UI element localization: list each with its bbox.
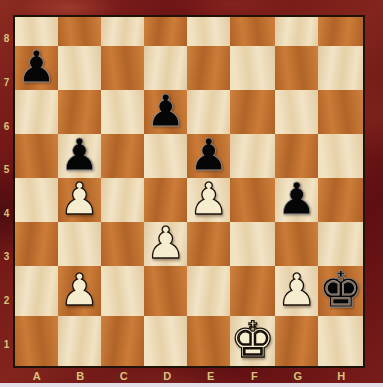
window-edge-strip — [0, 383, 383, 387]
square-f2[interactable] — [230, 266, 275, 316]
square-e1[interactable] — [187, 316, 230, 366]
square-d8[interactable] — [144, 17, 187, 46]
square-f1[interactable]: ♚ — [230, 316, 275, 366]
file-labels: ABCDEFGH — [15, 369, 363, 382]
square-b1[interactable] — [58, 316, 101, 366]
white-pawn-b4[interactable]: ♟ — [60, 177, 99, 221]
square-f8[interactable] — [230, 17, 275, 46]
square-h6[interactable] — [318, 90, 363, 134]
square-b8[interactable] — [58, 17, 101, 46]
square-a5[interactable] — [15, 134, 58, 178]
square-d3[interactable]: ♟ — [144, 222, 187, 266]
square-c1[interactable] — [101, 316, 144, 366]
file-label-b: B — [59, 369, 103, 382]
square-e7[interactable] — [187, 46, 230, 90]
rank-label-7: 7 — [0, 61, 13, 105]
black-pawn-b5[interactable]: ♟ — [60, 133, 99, 177]
square-g2[interactable]: ♟ — [275, 266, 318, 316]
white-pawn-e4[interactable]: ♟ — [189, 177, 228, 221]
square-c4[interactable] — [101, 178, 144, 222]
square-d5[interactable] — [144, 134, 187, 178]
square-b3[interactable] — [58, 222, 101, 266]
square-g4[interactable]: ♟ — [275, 178, 318, 222]
square-h2[interactable]: ♚ — [318, 266, 363, 316]
square-g7[interactable] — [275, 46, 318, 90]
square-d7[interactable] — [144, 46, 187, 90]
square-e4[interactable]: ♟ — [187, 178, 230, 222]
square-a1[interactable] — [15, 316, 58, 366]
rank-label-6: 6 — [0, 104, 13, 148]
black-king-h2[interactable]: ♚ — [318, 265, 363, 315]
black-pawn-a7[interactable]: ♟ — [17, 45, 56, 89]
file-label-h: H — [320, 369, 364, 382]
square-b4[interactable]: ♟ — [58, 178, 101, 222]
square-h3[interactable] — [318, 222, 363, 266]
square-e5[interactable]: ♟ — [187, 134, 230, 178]
square-f6[interactable] — [230, 90, 275, 134]
square-e3[interactable] — [187, 222, 230, 266]
rank-labels: 87654321 — [0, 17, 13, 366]
square-a7[interactable]: ♟ — [15, 46, 58, 90]
file-label-g: G — [276, 369, 320, 382]
square-e2[interactable] — [187, 266, 230, 316]
file-label-c: C — [102, 369, 146, 382]
square-b7[interactable] — [58, 46, 101, 90]
square-c3[interactable] — [101, 222, 144, 266]
square-c7[interactable] — [101, 46, 144, 90]
square-h4[interactable] — [318, 178, 363, 222]
square-b5[interactable]: ♟ — [58, 134, 101, 178]
square-e6[interactable] — [187, 90, 230, 134]
square-e8[interactable] — [187, 17, 230, 46]
white-king-f1[interactable]: ♚ — [230, 315, 275, 365]
square-d4[interactable] — [144, 178, 187, 222]
square-b6[interactable] — [58, 90, 101, 134]
square-c8[interactable] — [101, 17, 144, 46]
square-g6[interactable] — [275, 90, 318, 134]
square-f3[interactable] — [230, 222, 275, 266]
square-c5[interactable] — [101, 134, 144, 178]
square-h7[interactable] — [318, 46, 363, 90]
square-h1[interactable] — [318, 316, 363, 366]
white-pawn-g2[interactable]: ♟ — [277, 268, 316, 312]
rank-label-1: 1 — [0, 322, 13, 366]
square-d6[interactable]: ♟ — [144, 90, 187, 134]
rank-label-3: 3 — [0, 235, 13, 279]
black-pawn-d6[interactable]: ♟ — [146, 89, 185, 133]
square-f5[interactable] — [230, 134, 275, 178]
file-label-a: A — [15, 369, 59, 382]
white-pawn-b2[interactable]: ♟ — [60, 268, 99, 312]
file-label-f: F — [233, 369, 277, 382]
black-pawn-e5[interactable]: ♟ — [189, 133, 228, 177]
square-f4[interactable] — [230, 178, 275, 222]
square-a3[interactable] — [15, 222, 58, 266]
file-label-d: D — [146, 369, 190, 382]
square-h5[interactable] — [318, 134, 363, 178]
square-g3[interactable] — [275, 222, 318, 266]
square-g8[interactable] — [275, 17, 318, 46]
square-a6[interactable] — [15, 90, 58, 134]
rank-label-8: 8 — [0, 17, 13, 61]
square-b2[interactable]: ♟ — [58, 266, 101, 316]
white-pawn-d3[interactable]: ♟ — [146, 221, 185, 265]
rank-label-5: 5 — [0, 148, 13, 192]
square-a2[interactable] — [15, 266, 58, 316]
black-pawn-g4[interactable]: ♟ — [277, 177, 316, 221]
square-h8[interactable] — [318, 17, 363, 46]
rank-label-4: 4 — [0, 192, 13, 236]
square-d2[interactable] — [144, 266, 187, 316]
square-g1[interactable] — [275, 316, 318, 366]
file-label-e: E — [189, 369, 233, 382]
square-c6[interactable] — [101, 90, 144, 134]
chessboard-screenshot: 87654321 ♟♟♟♟♟♟♟♟♟♟♚♚ ABCDEFGH — [0, 0, 383, 387]
square-f7[interactable] — [230, 46, 275, 90]
rank-label-2: 2 — [0, 279, 13, 323]
chess-board[interactable]: ♟♟♟♟♟♟♟♟♟♟♚♚ — [13, 15, 365, 368]
square-g5[interactable] — [275, 134, 318, 178]
square-d1[interactable] — [144, 316, 187, 366]
square-a4[interactable] — [15, 178, 58, 222]
square-c2[interactable] — [101, 266, 144, 316]
